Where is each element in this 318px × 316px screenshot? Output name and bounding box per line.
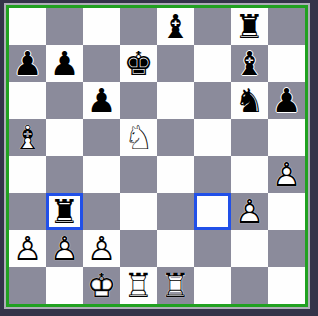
square-d2[interactable] bbox=[120, 230, 157, 267]
piece-black-king[interactable]: ♚ bbox=[120, 45, 157, 82]
square-a2[interactable]: ♟♙ bbox=[9, 230, 46, 267]
piece-glyph-outline: ♗ bbox=[9, 119, 46, 156]
piece-black-pawn[interactable]: ♟ bbox=[9, 45, 46, 82]
piece-glyph: ♟ bbox=[83, 82, 120, 119]
piece-white-pawn[interactable]: ♟♙ bbox=[268, 156, 305, 193]
square-e6[interactable] bbox=[157, 82, 194, 119]
square-f4[interactable] bbox=[194, 156, 231, 193]
board-green-frame: ♝♜♟♟♚♝♟♞♟♝♗♞♘♟♙♜♟♙♟♙♟♙♟♙♚♔♜♖♜♖ bbox=[6, 5, 308, 307]
piece-glyph-outline: ♖ bbox=[157, 267, 194, 304]
square-g6[interactable]: ♞ bbox=[231, 82, 268, 119]
piece-black-bishop[interactable]: ♝ bbox=[231, 45, 268, 82]
square-g7[interactable]: ♝ bbox=[231, 45, 268, 82]
chess-app: ♝♜♟♟♚♝♟♞♟♝♗♞♘♟♙♜♟♙♟♙♟♙♟♙♚♔♜♖♜♖ bbox=[0, 0, 318, 316]
square-h3[interactable] bbox=[268, 193, 305, 230]
piece-black-rook[interactable]: ♜ bbox=[231, 8, 268, 45]
square-f1[interactable] bbox=[194, 267, 231, 304]
square-d5[interactable]: ♞♘ bbox=[120, 119, 157, 156]
piece-glyph-outline: ♙ bbox=[231, 193, 268, 230]
square-e8[interactable]: ♝ bbox=[157, 8, 194, 45]
square-b1[interactable] bbox=[46, 267, 83, 304]
piece-white-rook[interactable]: ♜♖ bbox=[157, 267, 194, 304]
piece-black-pawn[interactable]: ♟ bbox=[46, 45, 83, 82]
piece-glyph-outline: ♙ bbox=[46, 230, 83, 267]
square-h2[interactable] bbox=[268, 230, 305, 267]
square-c2[interactable]: ♟♙ bbox=[83, 230, 120, 267]
square-a4[interactable] bbox=[9, 156, 46, 193]
square-e4[interactable] bbox=[157, 156, 194, 193]
square-g1[interactable] bbox=[231, 267, 268, 304]
square-b8[interactable] bbox=[46, 8, 83, 45]
square-a1[interactable] bbox=[9, 267, 46, 304]
piece-glyph: ♚ bbox=[120, 45, 157, 82]
square-f6[interactable] bbox=[194, 82, 231, 119]
chess-board[interactable]: ♝♜♟♟♚♝♟♞♟♝♗♞♘♟♙♜♟♙♟♙♟♙♟♙♚♔♜♖♜♖ bbox=[9, 8, 305, 304]
piece-black-pawn[interactable]: ♟ bbox=[268, 82, 305, 119]
square-c6[interactable]: ♟ bbox=[83, 82, 120, 119]
piece-white-king[interactable]: ♚♔ bbox=[83, 267, 120, 304]
piece-glyph-outline: ♖ bbox=[120, 267, 157, 304]
piece-white-pawn[interactable]: ♟♙ bbox=[46, 230, 83, 267]
square-b6[interactable] bbox=[46, 82, 83, 119]
square-g3[interactable]: ♟♙ bbox=[231, 193, 268, 230]
square-b2[interactable]: ♟♙ bbox=[46, 230, 83, 267]
piece-glyph: ♜ bbox=[46, 193, 83, 230]
square-h1[interactable] bbox=[268, 267, 305, 304]
square-h6[interactable]: ♟ bbox=[268, 82, 305, 119]
square-h8[interactable] bbox=[268, 8, 305, 45]
square-h7[interactable] bbox=[268, 45, 305, 82]
piece-glyph-outline: ♙ bbox=[83, 230, 120, 267]
square-f2[interactable] bbox=[194, 230, 231, 267]
square-f8[interactable] bbox=[194, 8, 231, 45]
square-c4[interactable] bbox=[83, 156, 120, 193]
piece-glyph: ♝ bbox=[231, 45, 268, 82]
square-a7[interactable]: ♟ bbox=[9, 45, 46, 82]
square-g4[interactable] bbox=[231, 156, 268, 193]
square-d3[interactable] bbox=[120, 193, 157, 230]
square-d4[interactable] bbox=[120, 156, 157, 193]
square-e7[interactable] bbox=[157, 45, 194, 82]
square-d1[interactable]: ♜♖ bbox=[120, 267, 157, 304]
piece-black-bishop[interactable]: ♝ bbox=[157, 8, 194, 45]
square-h4[interactable]: ♟♙ bbox=[268, 156, 305, 193]
square-g5[interactable] bbox=[231, 119, 268, 156]
square-e1[interactable]: ♜♖ bbox=[157, 267, 194, 304]
square-g8[interactable]: ♜ bbox=[231, 8, 268, 45]
square-d8[interactable] bbox=[120, 8, 157, 45]
piece-white-pawn[interactable]: ♟♙ bbox=[231, 193, 268, 230]
piece-glyph: ♝ bbox=[157, 8, 194, 45]
square-g2[interactable] bbox=[231, 230, 268, 267]
piece-black-pawn[interactable]: ♟ bbox=[83, 82, 120, 119]
piece-white-rook[interactable]: ♜♖ bbox=[120, 267, 157, 304]
square-d6[interactable] bbox=[120, 82, 157, 119]
square-a5[interactable]: ♝♗ bbox=[9, 119, 46, 156]
square-e5[interactable] bbox=[157, 119, 194, 156]
square-c5[interactable] bbox=[83, 119, 120, 156]
piece-glyph-outline: ♔ bbox=[83, 267, 120, 304]
piece-black-knight[interactable]: ♞ bbox=[231, 82, 268, 119]
square-a3[interactable] bbox=[9, 193, 46, 230]
piece-glyph-outline: ♙ bbox=[9, 230, 46, 267]
square-f3[interactable] bbox=[194, 193, 231, 230]
square-b5[interactable] bbox=[46, 119, 83, 156]
piece-white-knight[interactable]: ♞♘ bbox=[120, 119, 157, 156]
piece-white-bishop[interactable]: ♝♗ bbox=[9, 119, 46, 156]
square-a6[interactable] bbox=[9, 82, 46, 119]
square-e2[interactable] bbox=[157, 230, 194, 267]
piece-white-pawn[interactable]: ♟♙ bbox=[83, 230, 120, 267]
piece-glyph: ♞ bbox=[231, 82, 268, 119]
square-f5[interactable] bbox=[194, 119, 231, 156]
square-c7[interactable] bbox=[83, 45, 120, 82]
square-c3[interactable] bbox=[83, 193, 120, 230]
piece-glyph: ♟ bbox=[46, 45, 83, 82]
square-f7[interactable] bbox=[194, 45, 231, 82]
square-a8[interactable] bbox=[9, 8, 46, 45]
square-c8[interactable] bbox=[83, 8, 120, 45]
square-h5[interactable] bbox=[268, 119, 305, 156]
piece-glyph-outline: ♘ bbox=[120, 119, 157, 156]
square-b7[interactable]: ♟ bbox=[46, 45, 83, 82]
piece-glyph: ♟ bbox=[268, 82, 305, 119]
square-c1[interactable]: ♚♔ bbox=[83, 267, 120, 304]
square-b3[interactable]: ♜ bbox=[46, 193, 83, 230]
piece-glyph: ♜ bbox=[231, 8, 268, 45]
piece-glyph-outline: ♙ bbox=[268, 156, 305, 193]
square-e3[interactable] bbox=[157, 193, 194, 230]
piece-white-pawn[interactable]: ♟♙ bbox=[9, 230, 46, 267]
square-b4[interactable] bbox=[46, 156, 83, 193]
square-d7[interactable]: ♚ bbox=[120, 45, 157, 82]
piece-black-rook[interactable]: ♜ bbox=[46, 193, 83, 230]
piece-glyph: ♟ bbox=[9, 45, 46, 82]
board-outer-frame: ♝♜♟♟♚♝♟♞♟♝♗♞♘♟♙♜♟♙♟♙♟♙♟♙♚♔♜♖♜♖ bbox=[4, 3, 310, 309]
